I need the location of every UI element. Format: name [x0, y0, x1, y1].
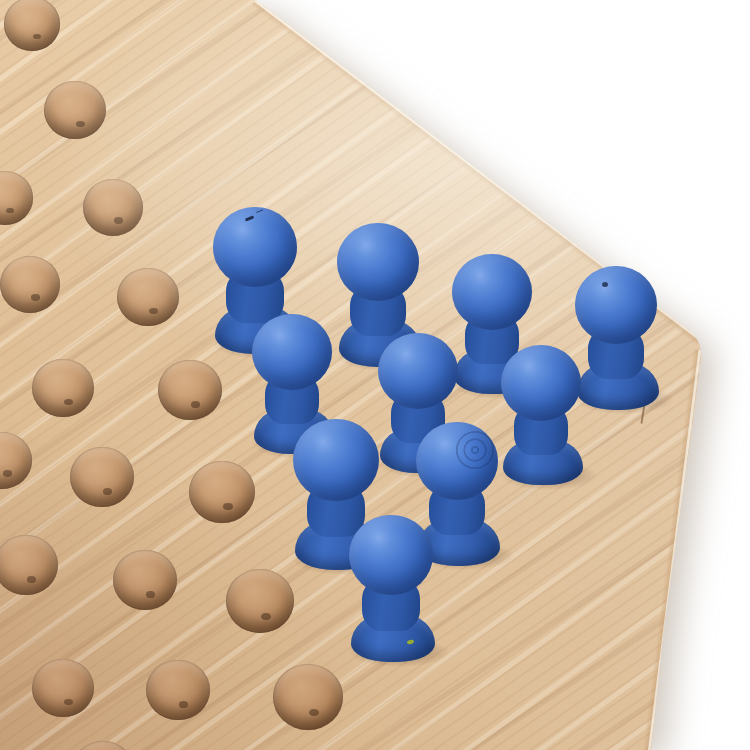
board-hole[interactable] [146, 660, 210, 721]
peg-head [575, 266, 657, 345]
peg-head [337, 223, 419, 302]
board-hole[interactable] [0, 432, 32, 489]
peg-head [349, 515, 433, 596]
photo-stage [0, 0, 750, 750]
board-hole[interactable] [0, 256, 60, 313]
board-hole[interactable] [117, 268, 179, 327]
blue-peg[interactable] [336, 509, 445, 677]
board-hole[interactable] [273, 664, 343, 731]
board-hole[interactable] [44, 81, 106, 140]
board-hole[interactable] [113, 550, 177, 611]
board-hole[interactable] [70, 447, 134, 508]
board-hole[interactable] [83, 179, 143, 236]
peg-head [501, 345, 581, 422]
peg-head [213, 207, 297, 288]
board-hole[interactable] [32, 359, 94, 418]
board-hole[interactable] [4, 0, 60, 51]
peg-head [293, 419, 379, 502]
peg-head [378, 333, 458, 410]
peg-head [452, 254, 532, 331]
board-hole[interactable] [32, 659, 94, 718]
board-hole[interactable] [0, 535, 58, 596]
board-hole[interactable] [72, 741, 134, 750]
peg-head [252, 314, 332, 391]
board-hole[interactable] [189, 461, 255, 524]
board-hole[interactable] [0, 171, 33, 224]
